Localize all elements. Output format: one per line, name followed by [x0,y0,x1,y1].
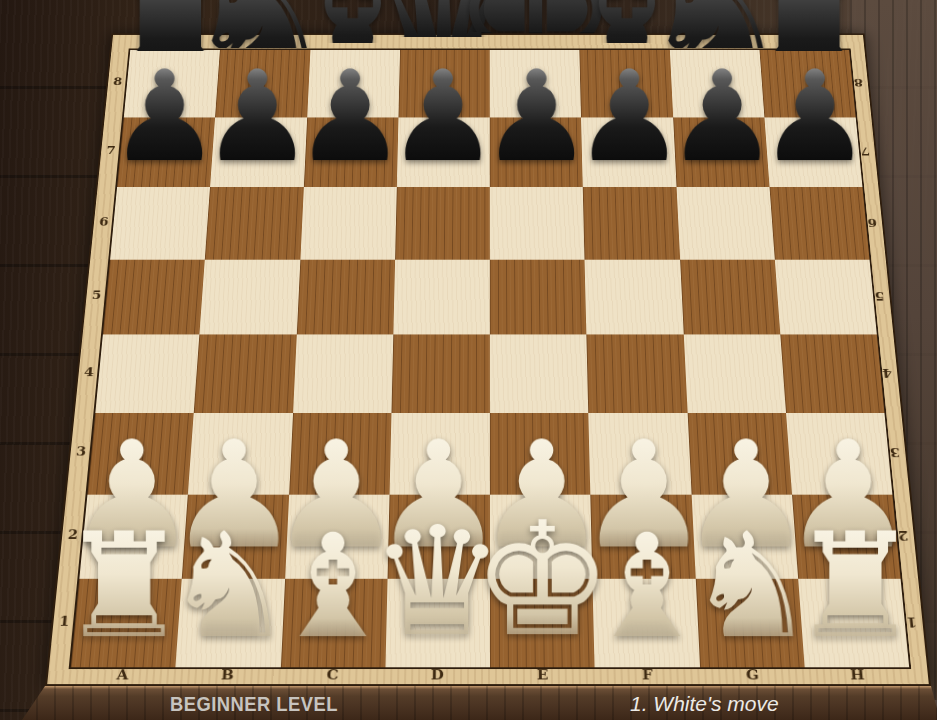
file-label-g: G [742,668,763,682]
rank-label-left-5: 5 [87,290,106,302]
board-front-face: BEGINNER LEVEL 1. White's move [0,686,937,720]
chess-board: 8877665544332211ABCDEFGH ♜♞♝♛♚♝♞♜♟♟♟♟♟♟♟… [45,0,931,686]
level-label: BEGINNER LEVEL [170,693,338,716]
rank-label-left-7: 7 [102,145,121,156]
rank-label-left-2: 2 [63,528,84,541]
rank-label-right-5: 5 [870,290,889,302]
move-indicator: 1. White's move [630,692,779,716]
pieces-layer: ♜♞♝♛♚♝♞♜♟♟♟♟♟♟♟♟♟♟♟♟♟♟♟♟♜♞♝♛♚♝♞♜ [47,35,929,684]
rank-label-right-6: 6 [863,216,882,227]
rank-label-right-7: 7 [856,145,875,156]
rank-label-right-1: 1 [901,614,922,628]
board-surface: 8877665544332211ABCDEFGH ♜♞♝♛♚♝♞♜♟♟♟♟♟♟♟… [45,33,931,686]
file-label-a: A [112,668,133,682]
file-label-h: H [847,668,868,682]
chess-app-screen: 8877665544332211ABCDEFGH ♜♞♝♛♚♝♞♜♟♟♟♟♟♟♟… [0,0,937,720]
file-label-d: D [427,668,447,682]
file-label-e: E [532,668,552,682]
piece-black-pawn-h7[interactable]: ♟ [759,54,871,179]
rank-label-right-3: 3 [885,446,905,459]
rank-label-left-1: 1 [54,614,75,628]
rank-label-right-2: 2 [893,528,914,541]
rank-label-left-8: 8 [109,77,127,87]
rank-label-left-6: 6 [94,216,113,227]
file-label-b: B [217,668,238,682]
rank-label-right-4: 4 [877,366,897,378]
rank-label-left-4: 4 [79,366,99,378]
rank-label-left-3: 3 [71,446,91,459]
file-label-c: C [322,668,342,682]
rank-label-right-8: 8 [849,77,867,87]
file-label-f: F [637,668,657,682]
